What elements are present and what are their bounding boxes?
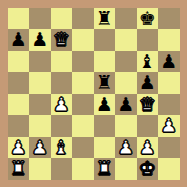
square-b5[interactable] [29, 72, 51, 94]
square-d2[interactable] [72, 137, 94, 159]
square-h6[interactable]: ♟ [158, 51, 180, 73]
square-e4[interactable]: ♟ [94, 94, 116, 116]
white-pawn: ♟ [117, 137, 134, 159]
square-e7[interactable] [94, 29, 116, 51]
square-a7[interactable]: ♟ [8, 29, 30, 51]
square-d6[interactable] [72, 51, 94, 73]
white-king: ♚ [139, 158, 156, 180]
square-e2[interactable] [94, 137, 116, 159]
square-g5[interactable]: ♟ [137, 72, 159, 94]
square-c3[interactable] [51, 115, 73, 137]
square-c5[interactable] [51, 72, 73, 94]
square-a5[interactable] [8, 72, 30, 94]
black-pawn: ♟ [139, 72, 156, 94]
black-king: ♚ [139, 8, 156, 30]
square-b8[interactable] [29, 8, 51, 30]
square-c1[interactable] [51, 158, 73, 180]
square-f8[interactable] [115, 8, 137, 30]
square-f7[interactable] [115, 29, 137, 51]
square-e3[interactable] [94, 115, 116, 137]
square-f3[interactable] [115, 115, 137, 137]
square-h8[interactable] [158, 8, 180, 30]
white-rook: ♜ [10, 158, 27, 180]
white-queen: ♛ [139, 94, 156, 116]
square-e5[interactable]: ♜ [94, 72, 116, 94]
white-pawn: ♟ [160, 115, 177, 137]
square-c2[interactable]: ♝ [51, 137, 73, 159]
square-a3[interactable] [8, 115, 30, 137]
square-a8[interactable] [8, 8, 30, 30]
black-pawn: ♟ [31, 29, 48, 51]
black-rook: ♜ [96, 8, 113, 30]
square-d4[interactable] [72, 94, 94, 116]
square-f2[interactable]: ♟ [115, 137, 137, 159]
square-h5[interactable] [158, 72, 180, 94]
square-e6[interactable] [94, 51, 116, 73]
square-a2[interactable]: ♟ [8, 137, 30, 159]
square-g8[interactable]: ♚ [137, 8, 159, 30]
white-rook: ♜ [96, 158, 113, 180]
square-f4[interactable]: ♟ [115, 94, 137, 116]
white-pawn: ♟ [31, 137, 48, 159]
square-h7[interactable] [158, 29, 180, 51]
square-h2[interactable] [158, 137, 180, 159]
square-d8[interactable] [72, 8, 94, 30]
square-b6[interactable] [29, 51, 51, 73]
black-pawn: ♟ [10, 29, 27, 51]
square-d1[interactable] [72, 158, 94, 180]
square-g7[interactable] [137, 29, 159, 51]
square-g4[interactable]: ♛ [137, 94, 159, 116]
square-d5[interactable] [72, 72, 94, 94]
black-pawn: ♟ [96, 94, 113, 116]
square-a1[interactable]: ♜ [8, 158, 30, 180]
black-bishop: ♝ [139, 51, 156, 73]
black-pawn: ♟ [160, 51, 177, 73]
square-h4[interactable] [158, 94, 180, 116]
square-b4[interactable] [29, 94, 51, 116]
square-e8[interactable]: ♜ [94, 8, 116, 30]
square-g1[interactable]: ♚ [137, 158, 159, 180]
square-b3[interactable] [29, 115, 51, 137]
square-g6[interactable]: ♝ [137, 51, 159, 73]
square-f1[interactable] [115, 158, 137, 180]
chess-board: ♜♚♟♟♛♝♟♜♟♟♟♟♛♟♟♟♝♟♟♜♜♚ [8, 8, 180, 180]
square-e1[interactable]: ♜ [94, 158, 116, 180]
square-c4[interactable]: ♟ [51, 94, 73, 116]
black-pawn: ♟ [117, 94, 134, 116]
square-b2[interactable]: ♟ [29, 137, 51, 159]
white-pawn: ♟ [139, 137, 156, 159]
square-c8[interactable] [51, 8, 73, 30]
black-rook: ♜ [96, 72, 113, 94]
square-b1[interactable] [29, 158, 51, 180]
square-g2[interactable]: ♟ [137, 137, 159, 159]
square-f6[interactable] [115, 51, 137, 73]
square-g3[interactable] [137, 115, 159, 137]
square-b7[interactable]: ♟ [29, 29, 51, 51]
square-h3[interactable]: ♟ [158, 115, 180, 137]
square-c6[interactable] [51, 51, 73, 73]
square-a6[interactable] [8, 51, 30, 73]
square-a4[interactable] [8, 94, 30, 116]
square-d3[interactable] [72, 115, 94, 137]
square-d7[interactable] [72, 29, 94, 51]
square-f5[interactable] [115, 72, 137, 94]
square-h1[interactable] [158, 158, 180, 180]
square-c7[interactable]: ♛ [51, 29, 73, 51]
white-queen: ♛ [53, 29, 70, 51]
white-pawn: ♟ [10, 137, 27, 159]
white-pawn: ♟ [53, 94, 70, 116]
white-bishop: ♝ [53, 137, 70, 159]
